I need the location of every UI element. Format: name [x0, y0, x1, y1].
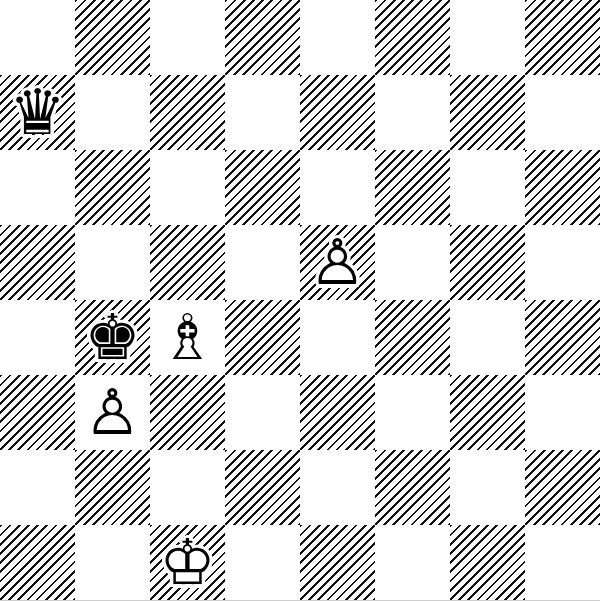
square-f8[interactable]: [375, 0, 450, 75]
square-a7[interactable]: ♛♛: [0, 75, 75, 150]
square-c5[interactable]: [150, 225, 225, 300]
square-e2[interactable]: [300, 450, 375, 525]
piece-white-bishop: ♗: [150, 300, 225, 375]
square-b4[interactable]: ♚♚: [75, 300, 150, 375]
piece-black-queen: ♛: [0, 75, 75, 150]
square-h3[interactable]: [525, 375, 600, 450]
square-e6[interactable]: [300, 150, 375, 225]
square-c1[interactable]: ♚♔: [150, 525, 225, 600]
square-a4[interactable]: [0, 300, 75, 375]
square-g1[interactable]: [450, 525, 525, 600]
square-d1[interactable]: [225, 525, 300, 600]
piece-halo-black-king: ♚: [75, 300, 150, 375]
square-b8[interactable]: [75, 0, 150, 75]
square-f4[interactable]: [375, 300, 450, 375]
square-e8[interactable]: [300, 0, 375, 75]
square-h7[interactable]: [525, 75, 600, 150]
square-g3[interactable]: [450, 375, 525, 450]
square-g5[interactable]: [450, 225, 525, 300]
square-g2[interactable]: [450, 450, 525, 525]
square-g6[interactable]: [450, 150, 525, 225]
square-c8[interactable]: [150, 0, 225, 75]
square-c6[interactable]: [150, 150, 225, 225]
square-g4[interactable]: [450, 300, 525, 375]
square-b6[interactable]: [75, 150, 150, 225]
square-e4[interactable]: [300, 300, 375, 375]
square-h8[interactable]: [525, 0, 600, 75]
piece-halo-white-pawn: ♟: [75, 375, 150, 450]
square-f3[interactable]: [375, 375, 450, 450]
square-e5[interactable]: ♟♙: [300, 225, 375, 300]
square-b3[interactable]: ♟♙: [75, 375, 150, 450]
square-a3[interactable]: [0, 375, 75, 450]
piece-halo-white-king: ♚: [150, 525, 225, 600]
square-f5[interactable]: [375, 225, 450, 300]
square-c2[interactable]: [150, 450, 225, 525]
square-d2[interactable]: [225, 450, 300, 525]
square-a2[interactable]: [0, 450, 75, 525]
square-f1[interactable]: [375, 525, 450, 600]
square-e1[interactable]: [300, 525, 375, 600]
square-c4[interactable]: ♝♗: [150, 300, 225, 375]
piece-black-king: ♚: [75, 300, 150, 375]
square-a6[interactable]: [0, 150, 75, 225]
square-b1[interactable]: [75, 525, 150, 600]
square-h4[interactable]: [525, 300, 600, 375]
chess-board: ♛♛♟♙♚♚♝♗♟♙♚♔: [0, 0, 600, 601]
square-d4[interactable]: [225, 300, 300, 375]
square-f2[interactable]: [375, 450, 450, 525]
square-h2[interactable]: [525, 450, 600, 525]
piece-white-pawn: ♙: [300, 225, 375, 300]
square-e3[interactable]: [300, 375, 375, 450]
square-h5[interactable]: [525, 225, 600, 300]
square-f7[interactable]: [375, 75, 450, 150]
square-d3[interactable]: [225, 375, 300, 450]
piece-halo-black-queen: ♛: [0, 75, 75, 150]
square-a1[interactable]: [0, 525, 75, 600]
piece-halo-white-bishop: ♝: [150, 300, 225, 375]
piece-white-king: ♔: [150, 525, 225, 600]
square-b5[interactable]: [75, 225, 150, 300]
piece-halo-white-pawn: ♟: [300, 225, 375, 300]
square-b7[interactable]: [75, 75, 150, 150]
square-d8[interactable]: [225, 0, 300, 75]
square-a8[interactable]: [0, 0, 75, 75]
square-d6[interactable]: [225, 150, 300, 225]
square-c7[interactable]: [150, 75, 225, 150]
square-g7[interactable]: [450, 75, 525, 150]
square-f6[interactable]: [375, 150, 450, 225]
square-a5[interactable]: [0, 225, 75, 300]
square-d7[interactable]: [225, 75, 300, 150]
square-h6[interactable]: [525, 150, 600, 225]
square-e7[interactable]: [300, 75, 375, 150]
piece-white-pawn: ♙: [75, 375, 150, 450]
square-g8[interactable]: [450, 0, 525, 75]
square-b2[interactable]: [75, 450, 150, 525]
square-h1[interactable]: [525, 525, 600, 600]
square-d5[interactable]: [225, 225, 300, 300]
square-c3[interactable]: [150, 375, 225, 450]
